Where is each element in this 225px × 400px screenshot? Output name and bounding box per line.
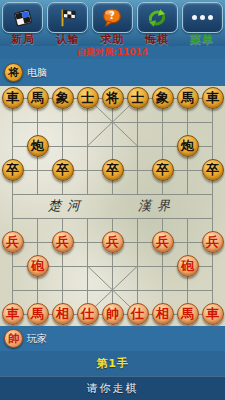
black-general-avatar: 将 — [4, 63, 23, 82]
piece-red-仕[interactable]: 仕 — [77, 303, 99, 325]
resign-label: 认输 — [56, 33, 80, 46]
xiangqi-board[interactable]: 楚河 漢界 車馬象士将士象馬車炮炮卒卒卒卒卒兵兵兵兵兵砲砲車馬相仕帥仕相馬車 — [0, 86, 225, 326]
red-general-avatar: 帥 — [4, 329, 23, 348]
checkered-flag-icon — [57, 7, 79, 29]
piece-red-帥[interactable]: 帥 — [102, 303, 124, 325]
piece-red-兵[interactable]: 兵 — [52, 231, 74, 253]
piece-black-士[interactable]: 士 — [127, 87, 149, 109]
piece-red-相[interactable]: 相 — [152, 303, 174, 325]
piece-black-卒[interactable]: 卒 — [52, 159, 74, 181]
piece-black-馬[interactable]: 馬 — [27, 87, 49, 109]
menu-tile — [182, 2, 223, 33]
question-bubble-icon: ? — [101, 7, 123, 29]
piece-red-仕[interactable]: 仕 — [127, 303, 149, 325]
piece-red-兵[interactable]: 兵 — [152, 231, 174, 253]
piece-red-砲[interactable]: 砲 — [27, 255, 49, 277]
undo-button[interactable]: 悔棋 — [136, 2, 178, 46]
piece-red-馬[interactable]: 馬 — [27, 303, 49, 325]
piece-black-車[interactable]: 車 — [2, 87, 24, 109]
piece-black-将[interactable]: 将 — [102, 87, 124, 109]
help-label: 求助 — [100, 33, 124, 46]
player-name-label: 玩家 — [27, 332, 47, 346]
player-row-human: 帥 玩家 — [0, 326, 225, 351]
svg-text:?: ? — [110, 10, 116, 21]
menu-button[interactable]: 菜单 — [181, 2, 223, 46]
help-tile: ? — [92, 2, 133, 33]
piece-red-車[interactable]: 車 — [202, 303, 224, 325]
toolbar: 新局 认输 — [0, 0, 225, 46]
resign-button[interactable]: 认输 — [47, 2, 89, 46]
piece-black-卒[interactable]: 卒 — [152, 159, 174, 181]
move-prompt: 请你走棋 — [0, 376, 225, 400]
piece-red-兵[interactable]: 兵 — [2, 231, 24, 253]
xiangqi-app: 新局 认输 — [0, 0, 225, 400]
board-grid: 車馬象士将士象馬車炮炮卒卒卒卒卒兵兵兵兵兵砲砲車馬相仕帥仕相馬車 — [0, 86, 225, 326]
piece-black-象[interactable]: 象 — [52, 87, 74, 109]
player-row-computer: 将 电脑 — [0, 59, 225, 86]
piece-red-馬[interactable]: 馬 — [177, 303, 199, 325]
piece-red-兵[interactable]: 兵 — [202, 231, 224, 253]
undo-tile — [137, 2, 178, 33]
piece-black-卒[interactable]: 卒 — [102, 159, 124, 181]
computer-name-label: 电脑 — [27, 66, 47, 80]
piece-red-兵[interactable]: 兵 — [102, 231, 124, 253]
piece-red-相[interactable]: 相 — [52, 303, 74, 325]
piece-red-砲[interactable]: 砲 — [177, 255, 199, 277]
move-counter: 第1手 — [0, 351, 225, 376]
piece-black-卒[interactable]: 卒 — [202, 159, 224, 181]
undo-arrows-icon — [146, 7, 168, 29]
match-id-label: 自建对局:11014 — [0, 46, 225, 59]
checker-cube-icon — [12, 7, 34, 29]
new-game-button[interactable]: 新局 — [2, 2, 44, 46]
undo-label: 悔棋 — [145, 33, 169, 46]
piece-black-車[interactable]: 車 — [202, 87, 224, 109]
piece-black-士[interactable]: 士 — [77, 87, 99, 109]
menu-label: 菜单 — [190, 33, 214, 46]
piece-black-馬[interactable]: 馬 — [177, 87, 199, 109]
piece-black-象[interactable]: 象 — [152, 87, 174, 109]
help-button[interactable]: ? 求助 — [92, 2, 134, 46]
piece-black-炮[interactable]: 炮 — [27, 135, 49, 157]
piece-black-炮[interactable]: 炮 — [177, 135, 199, 157]
piece-red-車[interactable]: 車 — [2, 303, 24, 325]
menu-dots-icon — [192, 15, 213, 20]
piece-black-卒[interactable]: 卒 — [2, 159, 24, 181]
resign-tile — [47, 2, 88, 33]
new-game-tile — [2, 2, 43, 33]
new-game-label: 新局 — [11, 33, 35, 46]
